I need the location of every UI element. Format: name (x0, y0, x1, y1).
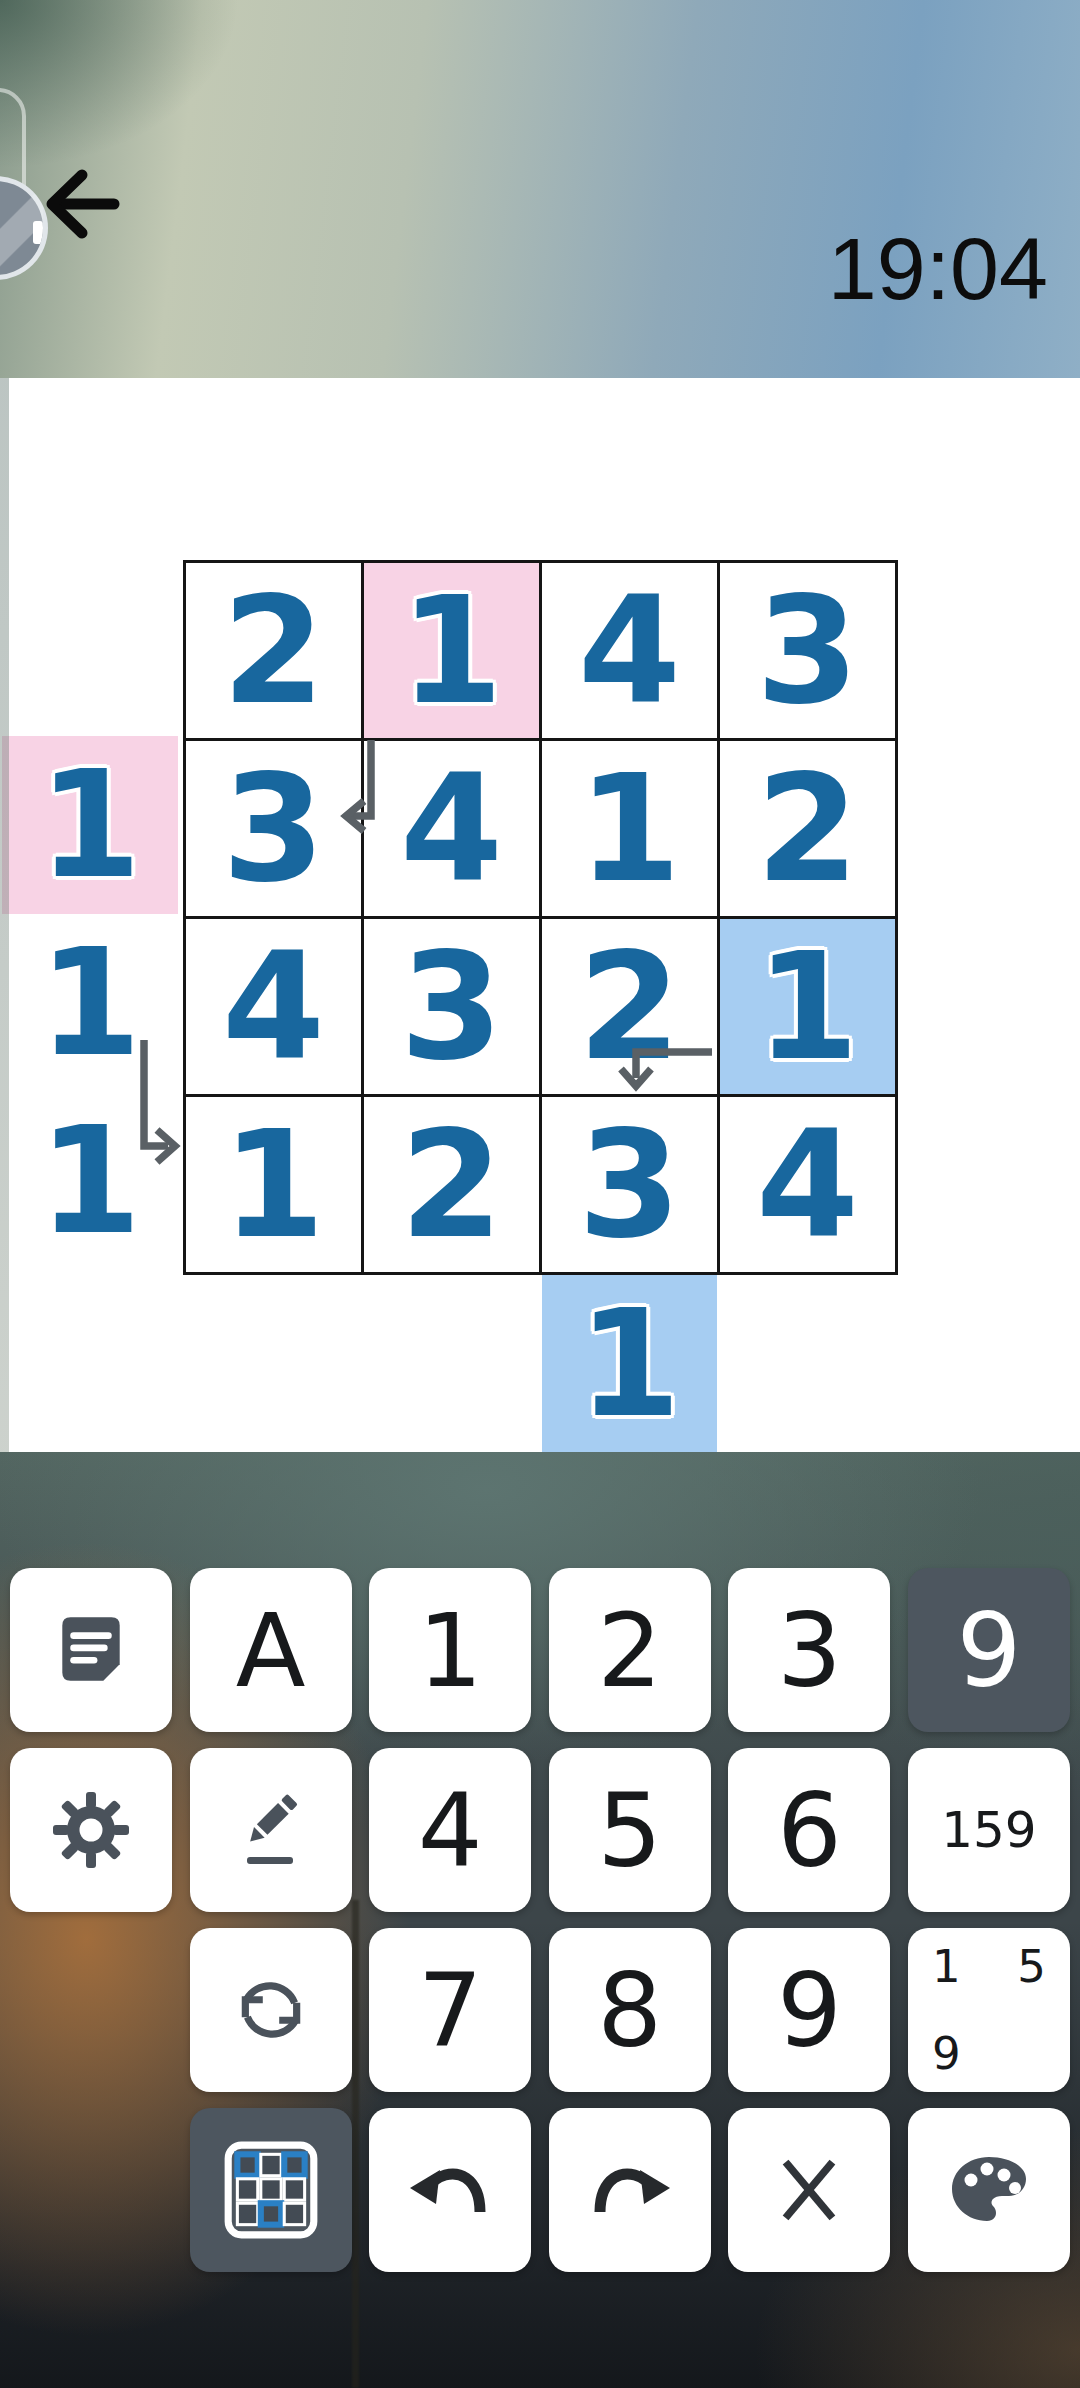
cell-r4c4[interactable]: 4 (720, 1097, 895, 1272)
selection-mode-button[interactable] (190, 2108, 352, 2272)
cell-r3c1[interactable]: 4 (186, 919, 361, 1094)
clue-bottom-col3: 1 (542, 1275, 717, 1452)
corner-mode-key[interactable]: 1 5 9 (908, 1928, 1070, 2092)
undo-button[interactable] (369, 2108, 531, 2272)
digit-7-key[interactable]: 7 (369, 1928, 531, 2092)
digit-1-key[interactable]: 1 (369, 1568, 531, 1732)
panel-edge-shade (0, 378, 9, 1452)
redo-button[interactable] (549, 2108, 711, 2272)
clue-left-row2: 1 (2, 736, 178, 914)
back-button[interactable] (34, 164, 120, 244)
corner-mark-tr: 5 (1017, 1940, 1046, 1993)
normal-mode-key[interactable]: 9 (908, 1568, 1070, 1732)
cell-r2c3[interactable]: 1 (542, 741, 717, 916)
digit-8-key[interactable]: 8 (549, 1928, 711, 2092)
cell-r2c1[interactable]: 3 (186, 741, 361, 916)
digit-4-key[interactable]: 4 (369, 1748, 531, 1912)
board-panel: 2 1 4 3 3 4 1 2 4 3 2 1 1 2 3 4 1 1 1 1 (0, 378, 1080, 1452)
palette-icon (947, 2152, 1031, 2228)
corner-mark-tl: 1 (932, 1940, 961, 1993)
clue-left-row3: 1 (2, 914, 178, 1092)
redo-icon (588, 2158, 672, 2222)
corner-mark-bl: 9 (932, 2027, 961, 2080)
document-icon (52, 1609, 130, 1691)
settings-button[interactable] (10, 1748, 172, 1912)
cell-r3c3[interactable]: 2 (542, 919, 717, 1094)
wallpaper-top (0, 0, 1080, 378)
cell-r4c2[interactable]: 2 (364, 1097, 539, 1272)
letter-a-key[interactable]: A (190, 1568, 352, 1732)
pencil-icon (231, 1790, 311, 1870)
pencil-button[interactable] (190, 1748, 352, 1912)
digit-6-key[interactable]: 6 (728, 1748, 890, 1912)
cell-r1c2[interactable]: 1 (364, 563, 539, 738)
grid-select-icon (220, 2137, 322, 2243)
cell-r3c4[interactable]: 1 (720, 919, 895, 1094)
notes-button[interactable] (10, 1568, 172, 1732)
game-timer: 19:04 (828, 218, 1048, 320)
center-mode-key[interactable]: 159 (908, 1748, 1070, 1912)
clue-left-row4: 1 (2, 1092, 178, 1270)
cell-r2c4[interactable]: 2 (720, 741, 895, 916)
restart-sync-icon (232, 1971, 310, 2049)
digit-2-key[interactable]: 2 (549, 1568, 711, 1732)
keypad: A 1 2 3 9 (10, 1568, 1070, 2272)
cell-r1c4[interactable]: 3 (720, 563, 895, 738)
cell-r1c3[interactable]: 4 (542, 563, 717, 738)
cell-r4c1[interactable]: 1 (186, 1097, 361, 1272)
undo-icon (408, 2158, 492, 2222)
restart-button[interactable] (190, 1928, 352, 2092)
puzzle-grid: 2 1 4 3 3 4 1 2 4 3 2 1 1 2 3 4 (183, 560, 898, 1275)
delete-button[interactable] (728, 2108, 890, 2272)
cell-r2c2[interactable]: 4 (364, 741, 539, 916)
cell-r4c3[interactable]: 3 (542, 1097, 717, 1272)
digit-3-key[interactable]: 3 (728, 1568, 890, 1732)
gear-icon (51, 1790, 131, 1870)
app-screen: 19:04 2 1 4 3 3 4 1 2 4 3 2 1 1 2 3 4 1 … (0, 0, 1080, 2388)
digit-9-key[interactable]: 9 (728, 1928, 890, 2092)
left-arrow-icon (52, 175, 114, 233)
color-mode-button[interactable] (908, 2108, 1070, 2272)
x-icon (769, 2150, 849, 2230)
cell-r3c2[interactable]: 3 (364, 919, 539, 1094)
cell-r1c1[interactable]: 2 (186, 563, 361, 738)
digit-5-key[interactable]: 5 (549, 1748, 711, 1912)
